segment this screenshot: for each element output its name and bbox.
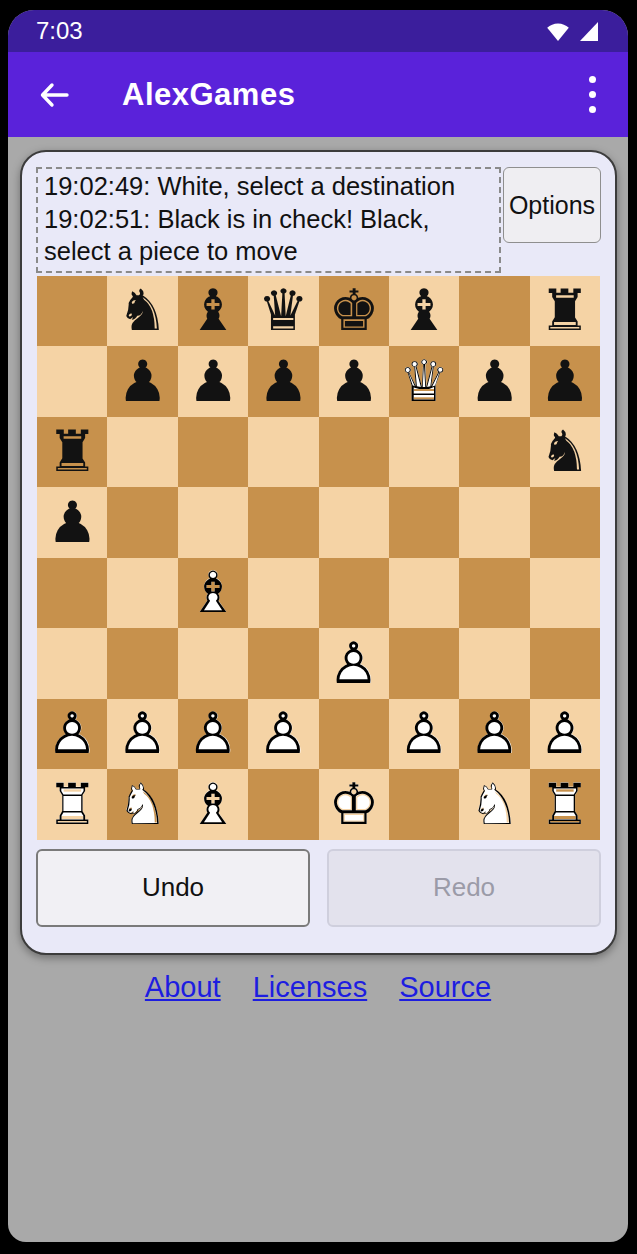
square-g4[interactable]: [459, 558, 529, 629]
square-a1[interactable]: ♜♖: [37, 769, 107, 840]
white-king[interactable]: ♚♔: [319, 769, 389, 840]
piece-outline: ♙: [258, 705, 309, 762]
white-queen[interactable]: ♛♕: [389, 346, 459, 417]
white-pawn[interactable]: ♟♙: [459, 699, 529, 770]
square-d7[interactable]: ♟: [248, 346, 318, 417]
square-e4[interactable]: [319, 558, 389, 629]
black-pawn[interactable]: ♟: [248, 346, 318, 417]
piece-outline: ♗: [187, 776, 238, 833]
piece-outline: ♕: [399, 353, 450, 410]
square-c6[interactable]: [178, 417, 248, 488]
square-e7[interactable]: ♟: [319, 346, 389, 417]
app-bar: AlexGames: [8, 52, 628, 137]
black-pawn[interactable]: ♟: [107, 346, 177, 417]
piece-outline: ♖: [539, 776, 590, 833]
black-pawn[interactable]: ♟: [319, 346, 389, 417]
black-rook[interactable]: ♜: [530, 276, 600, 347]
back-arrow-icon: [36, 77, 72, 113]
square-a8[interactable]: [37, 276, 107, 347]
kebab-dot: [589, 106, 596, 113]
app-title: AlexGames: [122, 77, 295, 113]
square-f7[interactable]: ♛♕: [389, 346, 459, 417]
square-c8[interactable]: ♝: [178, 276, 248, 347]
piece-outline: ♖: [47, 776, 98, 833]
black-queen[interactable]: ♛: [248, 276, 318, 347]
square-g8[interactable]: [459, 276, 529, 347]
square-d8[interactable]: ♛: [248, 276, 318, 347]
status-icons: [545, 19, 600, 43]
piece-outline: ♗: [187, 564, 238, 621]
black-pawn[interactable]: ♟: [37, 487, 107, 558]
square-c7[interactable]: ♟: [178, 346, 248, 417]
piece-outline: ♔: [328, 776, 379, 833]
square-b7[interactable]: ♟: [107, 346, 177, 417]
square-b6[interactable]: [107, 417, 177, 488]
square-f8[interactable]: ♝: [389, 276, 459, 347]
status-time: 7:03: [36, 17, 83, 45]
black-pawn[interactable]: ♟: [459, 346, 529, 417]
black-knight[interactable]: ♞: [530, 417, 600, 488]
black-pawn[interactable]: ♟: [178, 346, 248, 417]
white-pawn[interactable]: ♟♙: [178, 699, 248, 770]
square-d4[interactable]: [248, 558, 318, 629]
square-f5[interactable]: [389, 487, 459, 558]
square-d6[interactable]: [248, 417, 318, 488]
square-h8[interactable]: ♜: [530, 276, 600, 347]
square-d5[interactable]: [248, 487, 318, 558]
undo-button[interactable]: Undo: [36, 849, 310, 927]
square-e6[interactable]: [319, 417, 389, 488]
square-g1[interactable]: ♞♘: [459, 769, 529, 840]
square-b5[interactable]: [107, 487, 177, 558]
square-h7[interactable]: ♟: [530, 346, 600, 417]
square-h3[interactable]: [530, 628, 600, 699]
square-a5[interactable]: ♟: [37, 487, 107, 558]
white-knight[interactable]: ♞♘: [107, 769, 177, 840]
black-king[interactable]: ♚: [319, 276, 389, 347]
square-e1[interactable]: ♚♔: [319, 769, 389, 840]
square-e3[interactable]: ♟♙: [319, 628, 389, 699]
footer-links: About Licenses Source: [8, 971, 628, 1004]
game-panel: 19:02:49: White, select a destination 19…: [20, 150, 617, 955]
square-a2[interactable]: ♟♙: [37, 699, 107, 770]
page-content: 19:02:49: White, select a destination 19…: [8, 137, 628, 1242]
square-a4[interactable]: [37, 558, 107, 629]
chess-board: ♞♝♛♚♝♜♟♟♟♟♛♕♟♟♜♞♟♝♗♟♙♟♙♟♙♟♙♟♙♟♙♟♙♟♙♜♖♞♘♝…: [37, 276, 600, 840]
status-message-2: 19:02:51: Black is in check! Black, sele…: [44, 203, 493, 268]
message-row: 19:02:49: White, select a destination 19…: [36, 167, 601, 273]
white-bishop[interactable]: ♝♗: [178, 769, 248, 840]
back-button[interactable]: [34, 75, 74, 115]
black-knight[interactable]: ♞: [107, 276, 177, 347]
square-a7[interactable]: [37, 346, 107, 417]
square-a6[interactable]: ♜: [37, 417, 107, 488]
square-b2[interactable]: ♟♙: [107, 699, 177, 770]
piece-outline: ♙: [47, 705, 98, 762]
wifi-icon: [545, 19, 571, 43]
white-pawn[interactable]: ♟♙: [530, 699, 600, 770]
square-b3[interactable]: [107, 628, 177, 699]
square-g7[interactable]: ♟: [459, 346, 529, 417]
square-b8[interactable]: ♞: [107, 276, 177, 347]
phone-screen: 7:03 AlexGames 19:02:49: White: [8, 10, 628, 1242]
white-pawn[interactable]: ♟♙: [319, 628, 389, 699]
square-h4[interactable]: [530, 558, 600, 629]
piece-outline: ♙: [187, 705, 238, 762]
square-f1[interactable]: [389, 769, 459, 840]
piece-outline: ♙: [117, 705, 168, 762]
options-button[interactable]: Options: [503, 167, 601, 243]
square-g5[interactable]: [459, 487, 529, 558]
white-pawn[interactable]: ♟♙: [107, 699, 177, 770]
source-link[interactable]: Source: [399, 971, 491, 1003]
black-pawn[interactable]: ♟: [530, 346, 600, 417]
square-d3[interactable]: [248, 628, 318, 699]
square-h1[interactable]: ♜♖: [530, 769, 600, 840]
white-knight[interactable]: ♞♘: [459, 769, 529, 840]
status-message-1: 19:02:49: White, select a destination: [44, 170, 493, 203]
square-a3[interactable]: [37, 628, 107, 699]
overflow-menu-button[interactable]: [583, 70, 602, 119]
square-d1[interactable]: [248, 769, 318, 840]
square-g6[interactable]: [459, 417, 529, 488]
licenses-link[interactable]: Licenses: [253, 971, 367, 1003]
kebab-dot: [589, 76, 596, 83]
square-e2[interactable]: [319, 699, 389, 770]
square-b1[interactable]: ♞♘: [107, 769, 177, 840]
piece-outline: ♘: [469, 776, 520, 833]
square-h5[interactable]: [530, 487, 600, 558]
square-f3[interactable]: [389, 628, 459, 699]
square-b4[interactable]: [107, 558, 177, 629]
square-c3[interactable]: [178, 628, 248, 699]
square-e5[interactable]: [319, 487, 389, 558]
square-h6[interactable]: ♞: [530, 417, 600, 488]
white-rook[interactable]: ♜♖: [37, 769, 107, 840]
square-f2[interactable]: ♟♙: [389, 699, 459, 770]
square-e8[interactable]: ♚: [319, 276, 389, 347]
piece-outline: ♙: [469, 705, 520, 762]
square-f6[interactable]: [389, 417, 459, 488]
white-bishop[interactable]: ♝♗: [178, 558, 248, 629]
square-c4[interactable]: ♝♗: [178, 558, 248, 629]
square-h2[interactable]: ♟♙: [530, 699, 600, 770]
piece-outline: ♙: [399, 705, 450, 762]
square-d2[interactable]: ♟♙: [248, 699, 318, 770]
cellular-signal-icon: [576, 19, 600, 43]
piece-outline: ♙: [539, 705, 590, 762]
game-status-log: 19:02:49: White, select a destination 19…: [36, 167, 501, 273]
white-rook[interactable]: ♜♖: [530, 769, 600, 840]
black-bishop[interactable]: ♝: [178, 276, 248, 347]
piece-outline: ♘: [117, 776, 168, 833]
square-c5[interactable]: [178, 487, 248, 558]
status-bar: 7:03: [8, 10, 628, 52]
white-pawn[interactable]: ♟♙: [389, 699, 459, 770]
square-g2[interactable]: ♟♙: [459, 699, 529, 770]
redo-button[interactable]: Redo: [327, 849, 601, 927]
white-pawn[interactable]: ♟♙: [248, 699, 318, 770]
kebab-dot: [589, 91, 596, 98]
piece-outline: ♙: [328, 635, 379, 692]
about-link[interactable]: About: [145, 971, 221, 1003]
history-buttons: Undo Redo: [36, 849, 601, 927]
black-rook[interactable]: ♜: [37, 417, 107, 488]
square-c2[interactable]: ♟♙: [178, 699, 248, 770]
black-bishop[interactable]: ♝: [389, 276, 459, 347]
square-f4[interactable]: [389, 558, 459, 629]
white-pawn[interactable]: ♟♙: [37, 699, 107, 770]
square-c1[interactable]: ♝♗: [178, 769, 248, 840]
square-g3[interactable]: [459, 628, 529, 699]
